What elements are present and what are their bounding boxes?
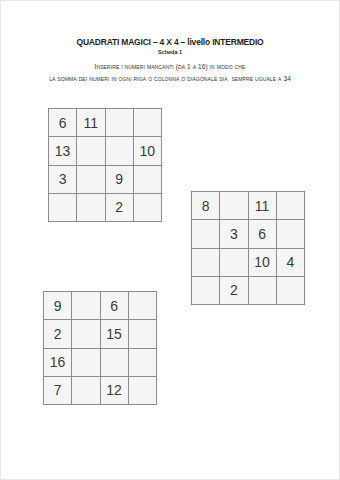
grid-3-cell-r1c2[interactable] xyxy=(72,292,99,319)
grid-3-cell-r1c4[interactable] xyxy=(129,292,156,319)
grid-3-cell-r1c3: 6 xyxy=(101,292,128,319)
grid-2-cell-r4c3[interactable] xyxy=(249,277,276,304)
grid-2-cell-r2c4[interactable] xyxy=(277,220,304,247)
grid-2-cell-r2c1[interactable] xyxy=(192,220,219,247)
instructions-line-2: la somma dei numeri in ogni riga o colon… xyxy=(0,75,340,82)
grid-2-cell-r1c2[interactable] xyxy=(220,192,247,219)
grid-3-cell-r2c1: 2 xyxy=(44,320,71,347)
grid-3-cell-r4c2[interactable] xyxy=(72,377,99,404)
grid-2-cell-r1c1: 8 xyxy=(192,192,219,219)
grid-2-cell-r1c3: 11 xyxy=(249,192,276,219)
grid-1-cell-r1c3[interactable] xyxy=(106,109,133,136)
grid-3-cell-r3c2[interactable] xyxy=(72,349,99,376)
grid-2-cell-r3c1[interactable] xyxy=(192,249,219,276)
grid-3-cell-r3c4[interactable] xyxy=(129,349,156,376)
grid-3-cell-r4c4[interactable] xyxy=(129,377,156,404)
grid-1-cell-r2c4: 10 xyxy=(134,137,161,164)
page-subtitle: Scheda 1 xyxy=(0,49,340,55)
grid-3-cell-r4c3: 12 xyxy=(101,377,128,404)
grid-3-cell-r4c1: 7 xyxy=(44,377,71,404)
page-title: QUADRATI MAGICI – 4 X 4 – livello INTERM… xyxy=(0,37,340,47)
magic-square-grid-1: 6111310392 xyxy=(48,108,162,222)
grid-3-cell-r3c1: 16 xyxy=(44,349,71,376)
grid-1-cell-r2c3[interactable] xyxy=(106,137,133,164)
grid-2-cell-r4c4[interactable] xyxy=(277,277,304,304)
grid-1-cell-r1c4[interactable] xyxy=(134,109,161,136)
grid-1-cell-r4c1[interactable] xyxy=(49,194,76,221)
grid-1-cell-r3c2[interactable] xyxy=(77,166,104,193)
grid-3-cell-r2c3: 15 xyxy=(101,320,128,347)
magic-square-grid-3: 9621516712 xyxy=(43,291,157,405)
grid-3-cell-r2c2[interactable] xyxy=(72,320,99,347)
grid-1-cell-r4c3: 2 xyxy=(106,194,133,221)
grid-2-cell-r3c2[interactable] xyxy=(220,249,247,276)
grid-2-cell-r4c2: 2 xyxy=(220,277,247,304)
grid-2-cell-r3c3: 10 xyxy=(249,249,276,276)
grid-1-cell-r1c1: 6 xyxy=(49,109,76,136)
instructions-line-1: Inserire i numeri mancanti (da 1 a 16) i… xyxy=(0,63,340,70)
grid-2-cell-r4c1[interactable] xyxy=(192,277,219,304)
grid-2-cell-r1c4[interactable] xyxy=(277,192,304,219)
grid-3-cell-r2c4[interactable] xyxy=(129,320,156,347)
grid-2-cell-r3c4: 4 xyxy=(277,249,304,276)
grid-1-cell-r2c1: 13 xyxy=(49,137,76,164)
grid-1-cell-r4c2[interactable] xyxy=(77,194,104,221)
grid-3-cell-r3c3[interactable] xyxy=(101,349,128,376)
magic-square-grid-2: 811361042 xyxy=(191,191,305,305)
grid-1-cell-r3c4[interactable] xyxy=(134,166,161,193)
grid-2-cell-r2c3: 6 xyxy=(249,220,276,247)
worksheet-page: QUADRATI MAGICI – 4 X 4 – livello INTERM… xyxy=(0,0,340,480)
grid-2-cell-r2c2: 3 xyxy=(220,220,247,247)
grid-1-cell-r3c1: 3 xyxy=(49,166,76,193)
grid-3-cell-r1c1: 9 xyxy=(44,292,71,319)
grid-1-cell-r1c2: 11 xyxy=(77,109,104,136)
grid-1-cell-r3c3: 9 xyxy=(106,166,133,193)
grid-1-cell-r2c2[interactable] xyxy=(77,137,104,164)
grid-1-cell-r4c4[interactable] xyxy=(134,194,161,221)
